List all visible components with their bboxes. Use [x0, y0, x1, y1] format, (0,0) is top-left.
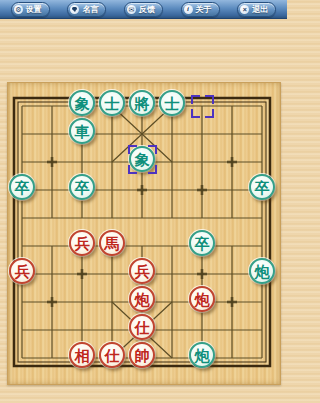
piece-black-cannon[interactable]: 炮 [189, 342, 215, 368]
piece-glyph: 相 [71, 344, 93, 368]
piece-red-advisor[interactable]: 仕 [129, 314, 155, 340]
piece-glyph: 車 [71, 120, 93, 144]
piece-black-cannon[interactable]: 炮 [249, 258, 275, 284]
toolbar-button-label: 反馈 [139, 3, 155, 16]
piece-glyph: 卒 [11, 176, 33, 200]
piece-glyph: 炮 [191, 288, 213, 312]
piece-black-chariot[interactable]: 車 [69, 118, 95, 144]
piece-glyph: 士 [161, 92, 183, 116]
piece-glyph: 卒 [251, 176, 273, 200]
piece-red-soldier[interactable]: 兵 [129, 258, 155, 284]
toolbar-button-label: 设置 [26, 3, 42, 16]
piece-black-elephant[interactable]: 象 [69, 90, 95, 116]
about-button[interactable]: i关于 [181, 2, 220, 17]
info-icon: i [184, 5, 193, 14]
piece-glyph: 炮 [251, 260, 273, 284]
piece-glyph: 炮 [131, 288, 153, 312]
speech-bubble-icon [70, 5, 79, 14]
toolbar-button-label: 名言 [82, 3, 98, 16]
piece-glyph: 兵 [11, 260, 33, 284]
piece-glyph: 炮 [191, 344, 213, 368]
piece-glyph: 帥 [131, 344, 153, 368]
piece-glyph: 馬 [101, 232, 123, 256]
piece-glyph: 士 [101, 92, 123, 116]
piece-glyph: 卒 [191, 232, 213, 256]
piece-glyph: 卒 [71, 176, 93, 200]
toolbar-button-label: 关于 [196, 3, 212, 16]
piece-red-soldier[interactable]: 兵 [9, 258, 35, 284]
gear-icon: ⚙ [14, 5, 23, 14]
piece-red-horse[interactable]: 馬 [99, 230, 125, 256]
piece-red-general[interactable]: 帥 [129, 342, 155, 368]
piece-red-soldier[interactable]: 兵 [69, 230, 95, 256]
piece-black-soldier[interactable]: 卒 [189, 230, 215, 256]
piece-glyph: 兵 [71, 232, 93, 256]
piece-glyph: 兵 [131, 260, 153, 284]
piece-black-elephant[interactable]: 象 [129, 146, 155, 172]
piece-red-advisor[interactable]: 仕 [99, 342, 125, 368]
piece-glyph: 象 [131, 148, 153, 172]
close-icon: × [240, 5, 249, 14]
piece-glyph: 象 [71, 92, 93, 116]
piece-black-soldier[interactable]: 卒 [249, 174, 275, 200]
piece-glyph: 仕 [101, 344, 123, 368]
piece-black-advisor[interactable]: 士 [99, 90, 125, 116]
piece-black-general[interactable]: 將 [129, 90, 155, 116]
piece-red-elephant[interactable]: 相 [69, 342, 95, 368]
piece-black-soldier[interactable]: 卒 [9, 174, 35, 200]
toolbar: ⚙设置名言✉反馈i关于×退出 [0, 0, 287, 19]
last-move-origin-marker [191, 95, 214, 118]
feedback-button[interactable]: ✉反馈 [124, 2, 163, 17]
piece-glyph: 將 [131, 92, 153, 116]
envelope-icon: ✉ [127, 5, 136, 14]
settings-button[interactable]: ⚙设置 [11, 2, 50, 17]
piece-black-advisor[interactable]: 士 [159, 90, 185, 116]
piece-red-cannon[interactable]: 炮 [129, 286, 155, 312]
piece-black-soldier[interactable]: 卒 [69, 174, 95, 200]
exit-button[interactable]: ×退出 [237, 2, 276, 17]
piece-glyph: 仕 [131, 316, 153, 340]
piece-red-cannon[interactable]: 炮 [189, 286, 215, 312]
xiangqi-board: 象士將士車象卒卒卒兵馬卒兵兵炮炮炮仕相仕帥炮 [7, 82, 281, 385]
quotes-button[interactable]: 名言 [67, 2, 106, 17]
toolbar-button-label: 退出 [252, 3, 268, 16]
